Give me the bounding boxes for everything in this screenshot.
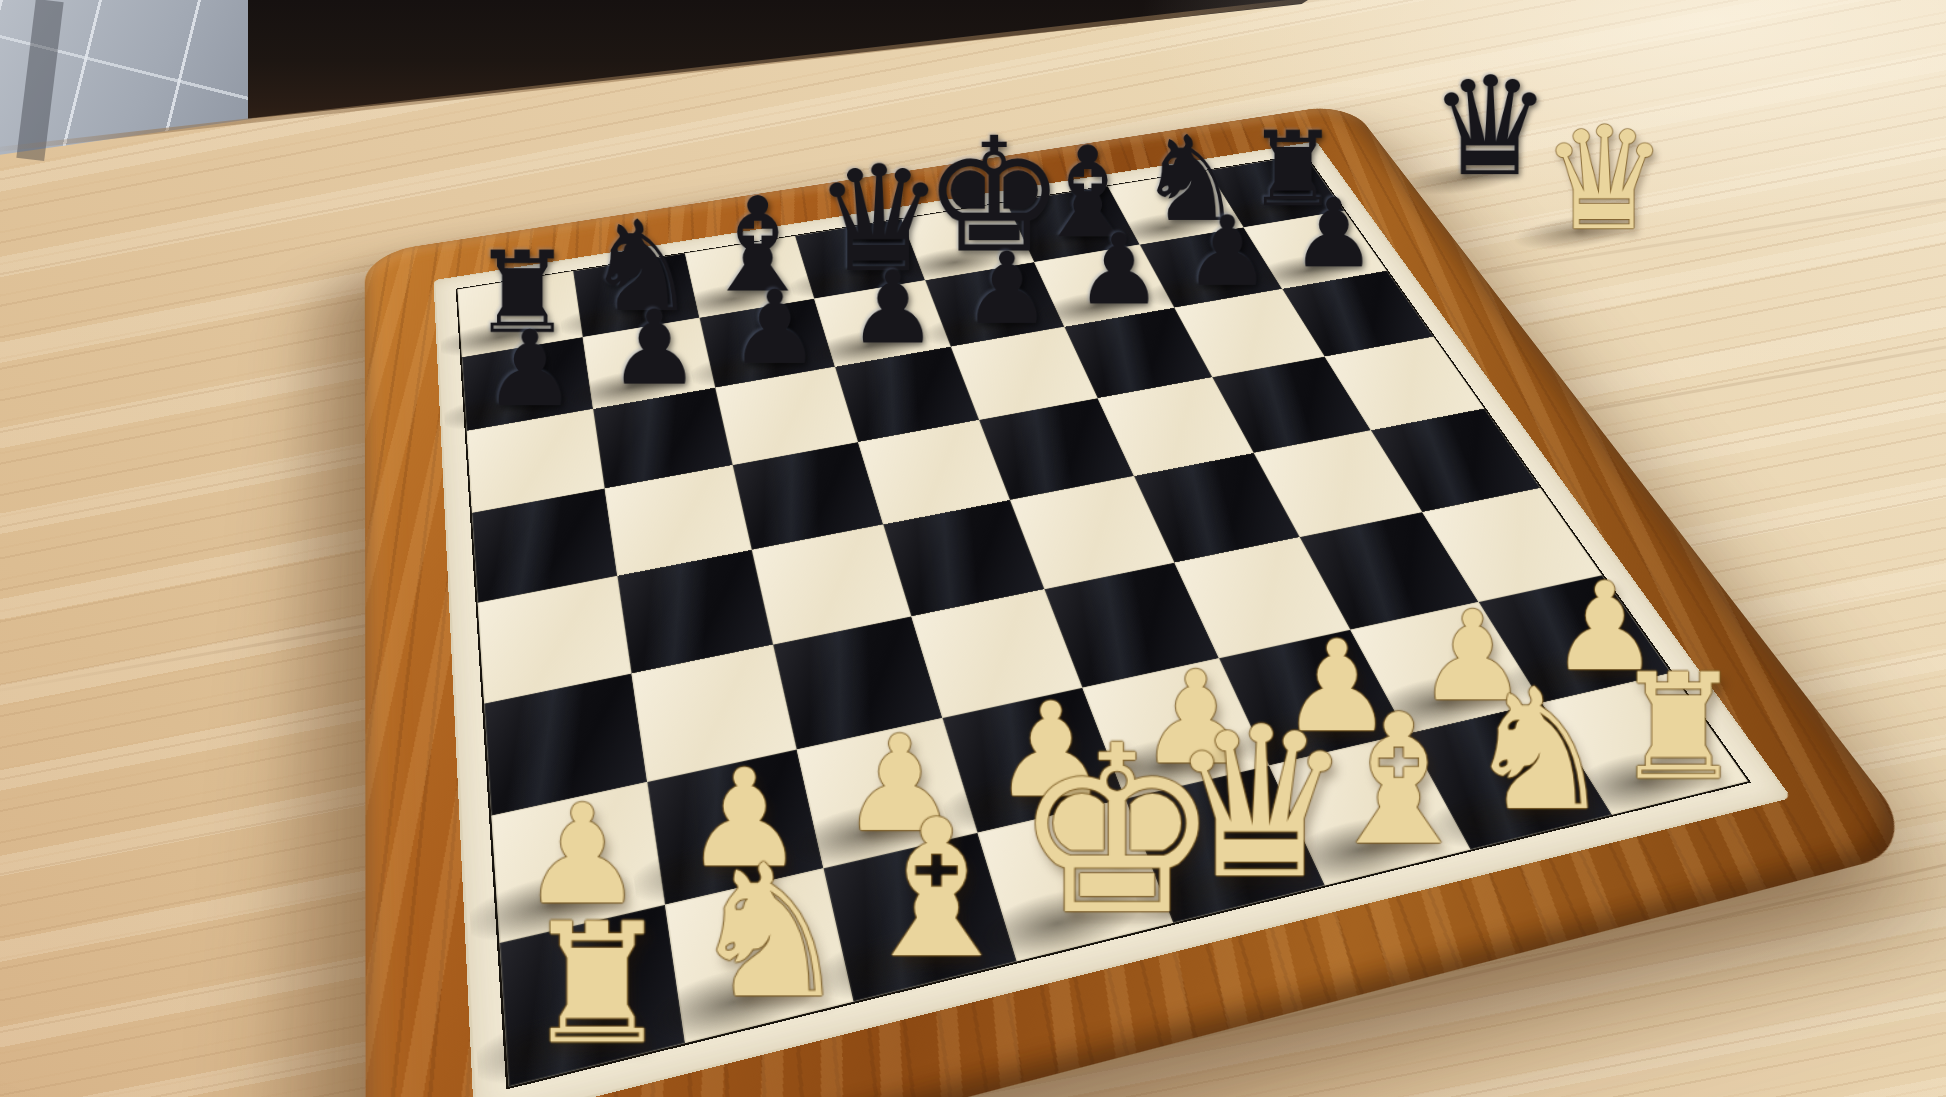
square-b7[interactable]: ♟: [582, 317, 715, 409]
board-margin: ♜♞♝♛♚♝♞♜♟♟♟♟♟♟♟♟♟♟♟♟♟♟♟♟♜♞♝♚♛♝♞♜: [433, 141, 1791, 1097]
piece-black-pawn-g7[interactable]: ♟: [1170, 207, 1284, 296]
square-c7[interactable]: ♟: [699, 299, 834, 388]
photo-canvas: ♜♞♝♛♚♝♞♜♟♟♟♟♟♟♟♟♟♟♟♟♟♟♟♟♜♞♝♚♛♝♞♜ ♛♛: [0, 0, 1946, 1097]
square-b5[interactable]: [604, 465, 752, 576]
spare-black-queen-glyph: ♛: [1429, 64, 1551, 190]
piece-white-rook-a1[interactable]: ♜: [511, 908, 684, 1060]
piece-white-knight-b1[interactable]: ♞: [684, 849, 853, 1018]
piece-white-knight-g1[interactable]: ♞: [1462, 674, 1617, 828]
square-d5[interactable]: [858, 420, 1010, 525]
piece-black-pawn-e7[interactable]: ♟: [949, 243, 1066, 334]
board-scene: ♜♞♝♛♚♝♞♜♟♟♟♟♟♟♟♟♟♟♟♟♟♟♟♟♜♞♝♚♛♝♞♜ ♛♛: [390, 0, 1630, 1097]
spare-white-queen-glyph: ♛: [1541, 114, 1668, 245]
board-grid: ♜♞♝♛♚♝♞♜♟♟♟♟♟♟♟♟♟♟♟♟♟♟♟♟♜♞♝♚♛♝♞♜: [456, 154, 1751, 1090]
square-a7[interactable]: ♟: [462, 337, 593, 431]
piece-black-pawn-b7[interactable]: ♟: [593, 301, 714, 396]
chess-board: ♜♞♝♛♚♝♞♜♟♟♟♟♟♟♟♟♟♟♟♟♟♟♟♟♜♞♝♚♛♝♞♜ ♛♛: [365, 103, 1924, 1097]
square-b4[interactable]: [617, 550, 773, 673]
square-a1[interactable]: ♜: [500, 904, 685, 1086]
piece-black-pawn-h7[interactable]: ♟: [1277, 190, 1389, 278]
square-b1[interactable]: ♞: [664, 868, 853, 1043]
piece-black-pawn-c7[interactable]: ♟: [715, 281, 835, 375]
piece-white-king-d1[interactable]: ♚: [1012, 724, 1175, 937]
piece-white-bishop-c1[interactable]: ♝: [851, 802, 1017, 977]
spare-black-queen[interactable]: ♛: [1389, 125, 1547, 201]
piece-black-pawn-d7[interactable]: ♟: [833, 262, 951, 354]
piece-black-pawn-f7[interactable]: ♟: [1061, 225, 1176, 315]
piece-white-rook-h1[interactable]: ♜: [1602, 660, 1754, 794]
piece-black-pawn-a7[interactable]: ♟: [468, 321, 591, 417]
